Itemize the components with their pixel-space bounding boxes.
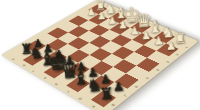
white-pawn-piece: ♟	[153, 35, 164, 47]
border-coordinate-rank: 7	[122, 94, 127, 97]
white-pawn-piece: ♟	[118, 20, 128, 31]
black-rook-piece: ♜	[99, 85, 115, 102]
border-coordinate-file: d	[54, 83, 59, 86]
border-coordinate-file: b	[78, 97, 83, 100]
chess-set-product-photo: ♜♟♟♜♞♟♟♞♝♟♟♝♚♟♟♚♛♟♟♛♝♟♟♝♞♟♟♞♜♟♟♜ 8765432…	[0, 0, 200, 110]
border-coordinate-file: a	[91, 105, 96, 109]
white-pawn-piece: ♟	[165, 41, 176, 53]
white-pawn-piece: ♟	[86, 7, 96, 18]
white-pawn-piece: ♟	[141, 30, 151, 42]
border-coordinate-rank: 2	[175, 53, 180, 56]
border-coordinate-rank: 8	[111, 103, 116, 107]
white-pawn-piece: ♟	[107, 15, 117, 26]
chess-board: ♜♟♟♜♞♟♟♞♝♟♟♝♚♟♟♚♛♟♟♛♝♟♟♝♞♟♟♞♜♟♟♜ 8765432…	[1, 0, 199, 110]
border-coordinate-file: g	[22, 64, 27, 67]
border-coordinate-file: e	[43, 76, 48, 79]
white-pawn-piece: ♟	[129, 25, 139, 36]
border-coordinate-rank: 5	[145, 77, 150, 80]
border-coordinate-rank: 1	[184, 46, 189, 49]
border-coordinate-rank: 3	[165, 61, 170, 64]
border-coordinate-file: c	[66, 90, 71, 93]
border-coordinate-rank: 6	[134, 85, 139, 88]
border-coordinate-rank: 4	[155, 68, 160, 71]
border-coordinate-file: f	[32, 70, 36, 72]
border-coordinate-file: h	[12, 58, 17, 61]
white-pawn-piece: ♟	[96, 11, 106, 22]
square-c3	[122, 40, 144, 52]
board-squares: ♜♟♟♜♞♟♟♞♝♟♟♝♚♟♟♚♛♟♟♛♝♟♟♝♞♟♟♞♜♟♟♜	[13, 4, 188, 107]
